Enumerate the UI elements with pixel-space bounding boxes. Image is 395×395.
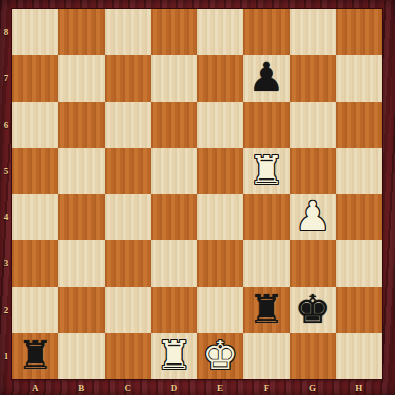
square-e4[interactable] bbox=[197, 194, 243, 240]
piece-white-pawn-g4[interactable]: ♟ bbox=[295, 196, 331, 236]
square-a7[interactable] bbox=[12, 55, 58, 101]
rank-label-2: 2 bbox=[0, 287, 12, 333]
square-h3[interactable] bbox=[336, 240, 382, 286]
square-b4[interactable] bbox=[58, 194, 104, 240]
piece-white-king-e1[interactable]: ♚ bbox=[202, 335, 238, 375]
square-d4[interactable] bbox=[151, 194, 197, 240]
square-d7[interactable] bbox=[151, 55, 197, 101]
square-g6[interactable] bbox=[290, 102, 336, 148]
square-d6[interactable] bbox=[151, 102, 197, 148]
rank-label-6: 6 bbox=[0, 102, 12, 148]
file-label-a: A bbox=[12, 380, 58, 395]
square-d8[interactable] bbox=[151, 9, 197, 55]
square-a6[interactable] bbox=[12, 102, 58, 148]
square-e8[interactable] bbox=[197, 9, 243, 55]
square-g8[interactable] bbox=[290, 9, 336, 55]
square-f8[interactable] bbox=[243, 9, 289, 55]
square-a1[interactable]: ♜ bbox=[12, 333, 58, 379]
rank-label-1: 1 bbox=[0, 333, 12, 379]
square-e1[interactable]: ♚ bbox=[197, 333, 243, 379]
file-label-h: H bbox=[336, 380, 382, 395]
square-f5[interactable]: ♜ bbox=[243, 148, 289, 194]
square-c1[interactable] bbox=[105, 333, 151, 379]
square-h5[interactable] bbox=[336, 148, 382, 194]
square-a3[interactable] bbox=[12, 240, 58, 286]
rank-label-3: 3 bbox=[0, 240, 12, 286]
board-frame: ♟♜♟♜♚♜♜♚ 87654321ABCDEFGH bbox=[0, 0, 395, 395]
file-label-b: B bbox=[58, 380, 104, 395]
chess-board: ♟♜♟♜♚♜♜♚ bbox=[12, 9, 382, 379]
square-a5[interactable] bbox=[12, 148, 58, 194]
square-c8[interactable] bbox=[105, 9, 151, 55]
file-label-e: E bbox=[197, 380, 243, 395]
square-h8[interactable] bbox=[336, 9, 382, 55]
rank-label-7: 7 bbox=[0, 55, 12, 101]
piece-black-rook-a1[interactable]: ♜ bbox=[17, 335, 53, 375]
square-d1[interactable]: ♜ bbox=[151, 333, 197, 379]
piece-white-rook-f5[interactable]: ♜ bbox=[248, 150, 284, 190]
square-g2[interactable]: ♚ bbox=[290, 287, 336, 333]
square-g3[interactable] bbox=[290, 240, 336, 286]
square-c6[interactable] bbox=[105, 102, 151, 148]
square-c3[interactable] bbox=[105, 240, 151, 286]
square-d3[interactable] bbox=[151, 240, 197, 286]
square-f6[interactable] bbox=[243, 102, 289, 148]
square-e5[interactable] bbox=[197, 148, 243, 194]
file-label-c: C bbox=[105, 380, 151, 395]
file-label-d: D bbox=[151, 380, 197, 395]
square-g7[interactable] bbox=[290, 55, 336, 101]
square-c7[interactable] bbox=[105, 55, 151, 101]
square-h1[interactable] bbox=[336, 333, 382, 379]
square-c5[interactable] bbox=[105, 148, 151, 194]
square-c4[interactable] bbox=[105, 194, 151, 240]
square-f7[interactable]: ♟ bbox=[243, 55, 289, 101]
rank-label-8: 8 bbox=[0, 9, 12, 55]
square-b8[interactable] bbox=[58, 9, 104, 55]
square-e3[interactable] bbox=[197, 240, 243, 286]
square-c2[interactable] bbox=[105, 287, 151, 333]
square-h2[interactable] bbox=[336, 287, 382, 333]
square-a2[interactable] bbox=[12, 287, 58, 333]
square-f1[interactable] bbox=[243, 333, 289, 379]
square-f4[interactable] bbox=[243, 194, 289, 240]
rank-label-4: 4 bbox=[0, 194, 12, 240]
piece-black-king-g2[interactable]: ♚ bbox=[295, 289, 331, 329]
square-h6[interactable] bbox=[336, 102, 382, 148]
file-label-g: G bbox=[290, 380, 336, 395]
square-b7[interactable] bbox=[58, 55, 104, 101]
file-label-f: F bbox=[243, 380, 289, 395]
square-b5[interactable] bbox=[58, 148, 104, 194]
square-f3[interactable] bbox=[243, 240, 289, 286]
square-b2[interactable] bbox=[58, 287, 104, 333]
square-f2[interactable]: ♜ bbox=[243, 287, 289, 333]
piece-black-rook-f2[interactable]: ♜ bbox=[248, 289, 284, 329]
square-e2[interactable] bbox=[197, 287, 243, 333]
square-e6[interactable] bbox=[197, 102, 243, 148]
square-h7[interactable] bbox=[336, 55, 382, 101]
piece-black-pawn-f7[interactable]: ♟ bbox=[248, 57, 284, 97]
square-a4[interactable] bbox=[12, 194, 58, 240]
square-g5[interactable] bbox=[290, 148, 336, 194]
square-g1[interactable] bbox=[290, 333, 336, 379]
square-d2[interactable] bbox=[151, 287, 197, 333]
square-g4[interactable]: ♟ bbox=[290, 194, 336, 240]
square-a8[interactable] bbox=[12, 9, 58, 55]
rank-label-5: 5 bbox=[0, 148, 12, 194]
square-e7[interactable] bbox=[197, 55, 243, 101]
square-b6[interactable] bbox=[58, 102, 104, 148]
square-b3[interactable] bbox=[58, 240, 104, 286]
square-b1[interactable] bbox=[58, 333, 104, 379]
piece-white-rook-d1[interactable]: ♜ bbox=[156, 335, 192, 375]
square-h4[interactable] bbox=[336, 194, 382, 240]
square-d5[interactable] bbox=[151, 148, 197, 194]
